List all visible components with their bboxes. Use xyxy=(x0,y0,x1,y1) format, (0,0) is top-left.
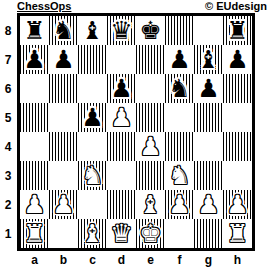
square-a7[interactable]: ♟ xyxy=(20,45,49,74)
square-e4[interactable]: ♟ xyxy=(136,132,165,161)
white-pawn-g2[interactable]: ♟ xyxy=(197,190,219,219)
file-label-b: b xyxy=(49,252,78,268)
square-b8[interactable]: ♞ xyxy=(49,16,78,45)
square-c2[interactable] xyxy=(78,190,107,219)
white-bishop-e2[interactable]: ♝ xyxy=(139,190,161,219)
rank-label-8: 8 xyxy=(0,16,16,45)
square-e3[interactable] xyxy=(136,161,165,190)
black-knight-b8[interactable]: ♞ xyxy=(52,16,74,45)
square-e8[interactable]: ♚ xyxy=(136,16,165,45)
square-f5[interactable] xyxy=(165,103,194,132)
square-h6[interactable] xyxy=(223,74,252,103)
square-a4[interactable] xyxy=(20,132,49,161)
square-g8[interactable] xyxy=(194,16,223,45)
square-d5[interactable]: ♟ xyxy=(107,103,136,132)
copyright-text: © EUdesign xyxy=(205,0,267,12)
chess-board[interactable]: ♜♞♝♛♚♜♟♟♟♝♟♟♞♟♟♟♟♞♞♟♟♝♟♟♟♜♝♛♚♜ xyxy=(17,13,255,251)
square-b6[interactable] xyxy=(49,74,78,103)
square-d6[interactable]: ♟ xyxy=(107,74,136,103)
square-h4[interactable] xyxy=(223,132,252,161)
white-queen-d1[interactable]: ♛ xyxy=(110,219,132,248)
square-a2[interactable]: ♟ xyxy=(20,190,49,219)
rank-label-4: 4 xyxy=(0,132,16,161)
square-c5[interactable]: ♟ xyxy=(78,103,107,132)
white-pawn-b2[interactable]: ♟ xyxy=(52,190,74,219)
square-e1[interactable]: ♚ xyxy=(136,219,165,248)
rank-labels: 87654321 xyxy=(0,16,16,248)
square-b2[interactable]: ♟ xyxy=(49,190,78,219)
square-e2[interactable]: ♝ xyxy=(136,190,165,219)
square-a5[interactable] xyxy=(20,103,49,132)
square-c6[interactable] xyxy=(78,74,107,103)
square-g5[interactable] xyxy=(194,103,223,132)
square-b7[interactable]: ♟ xyxy=(49,45,78,74)
square-d1[interactable]: ♛ xyxy=(107,219,136,248)
rank-label-2: 2 xyxy=(0,190,16,219)
white-pawn-h2[interactable]: ♟ xyxy=(226,190,248,219)
square-g6[interactable]: ♟ xyxy=(194,74,223,103)
rank-label-6: 6 xyxy=(0,74,16,103)
black-bishop-c8[interactable]: ♝ xyxy=(81,16,103,45)
square-g1[interactable] xyxy=(194,219,223,248)
rank-label-1: 1 xyxy=(0,219,16,248)
file-label-a: a xyxy=(20,252,49,268)
square-h5[interactable] xyxy=(223,103,252,132)
square-a3[interactable] xyxy=(20,161,49,190)
square-f1[interactable] xyxy=(165,219,194,248)
square-c4[interactable] xyxy=(78,132,107,161)
black-bishop-g7[interactable]: ♝ xyxy=(197,45,219,74)
black-pawn-c5[interactable]: ♟ xyxy=(81,103,103,132)
white-bishop-c1[interactable]: ♝ xyxy=(81,219,103,248)
rank-label-5: 5 xyxy=(0,103,16,132)
square-c8[interactable]: ♝ xyxy=(78,16,107,45)
square-a8[interactable]: ♜ xyxy=(20,16,49,45)
square-e7[interactable] xyxy=(136,45,165,74)
square-b1[interactable] xyxy=(49,219,78,248)
black-king-e8[interactable]: ♚ xyxy=(139,16,161,45)
square-b5[interactable] xyxy=(49,103,78,132)
black-pawn-f7[interactable]: ♟ xyxy=(168,45,190,74)
square-f6[interactable]: ♞ xyxy=(165,74,194,103)
square-f7[interactable]: ♟ xyxy=(165,45,194,74)
black-rook-h8[interactable]: ♜ xyxy=(226,16,248,45)
black-knight-f6[interactable]: ♞ xyxy=(168,74,190,103)
square-e5[interactable] xyxy=(136,103,165,132)
square-a6[interactable] xyxy=(20,74,49,103)
square-d8[interactable]: ♛ xyxy=(107,16,136,45)
square-c7[interactable] xyxy=(78,45,107,74)
square-c3[interactable]: ♞ xyxy=(78,161,107,190)
square-e6[interactable] xyxy=(136,74,165,103)
square-d7[interactable] xyxy=(107,45,136,74)
square-h8[interactable]: ♜ xyxy=(223,16,252,45)
square-f4[interactable] xyxy=(165,132,194,161)
square-h3[interactable] xyxy=(223,161,252,190)
white-king-e1[interactable]: ♚ xyxy=(139,219,161,248)
white-pawn-e4[interactable]: ♟ xyxy=(139,132,161,161)
black-pawn-a7[interactable]: ♟ xyxy=(23,45,45,74)
square-b3[interactable] xyxy=(49,161,78,190)
white-pawn-f2[interactable]: ♟ xyxy=(168,190,190,219)
square-d3[interactable] xyxy=(107,161,136,190)
square-d2[interactable] xyxy=(107,190,136,219)
white-knight-f3[interactable]: ♞ xyxy=(168,161,190,190)
square-h1[interactable]: ♜ xyxy=(223,219,252,248)
square-g3[interactable] xyxy=(194,161,223,190)
file-label-e: e xyxy=(136,252,165,268)
file-label-f: f xyxy=(165,252,194,268)
white-pawn-a2[interactable]: ♟ xyxy=(23,190,45,219)
file-label-g: g xyxy=(194,252,223,268)
square-d4[interactable] xyxy=(107,132,136,161)
file-label-h: h xyxy=(223,252,252,268)
black-queen-d8[interactable]: ♛ xyxy=(110,16,132,45)
file-label-c: c xyxy=(78,252,107,268)
square-g4[interactable] xyxy=(194,132,223,161)
black-pawn-h7[interactable]: ♟ xyxy=(226,45,248,74)
square-g7[interactable]: ♝ xyxy=(194,45,223,74)
app-title-link[interactable]: ChessOps xyxy=(17,0,71,12)
chessops-window: ChessOps © EUdesign 87654321 ♜♞♝♛♚♜♟♟♟♝♟… xyxy=(0,0,270,270)
white-rook-h1[interactable]: ♜ xyxy=(226,219,248,248)
square-h2[interactable]: ♟ xyxy=(223,190,252,219)
rank-label-3: 3 xyxy=(0,161,16,190)
black-pawn-d6[interactable]: ♟ xyxy=(110,74,132,103)
rank-label-7: 7 xyxy=(0,45,16,74)
square-b4[interactable] xyxy=(49,132,78,161)
black-rook-a8[interactable]: ♜ xyxy=(23,16,45,45)
file-label-d: d xyxy=(107,252,136,268)
black-pawn-g6[interactable]: ♟ xyxy=(197,74,219,103)
square-h7[interactable]: ♟ xyxy=(223,45,252,74)
white-pawn-d5[interactable]: ♟ xyxy=(110,103,132,132)
square-c1[interactable]: ♝ xyxy=(78,219,107,248)
square-g2[interactable]: ♟ xyxy=(194,190,223,219)
square-f3[interactable]: ♞ xyxy=(165,161,194,190)
file-labels: abcdefgh xyxy=(20,252,252,268)
square-a1[interactable]: ♜ xyxy=(20,219,49,248)
square-f8[interactable] xyxy=(165,16,194,45)
white-rook-a1[interactable]: ♜ xyxy=(23,219,45,248)
black-pawn-b7[interactable]: ♟ xyxy=(52,45,74,74)
square-f2[interactable]: ♟ xyxy=(165,190,194,219)
white-knight-c3[interactable]: ♞ xyxy=(81,161,103,190)
